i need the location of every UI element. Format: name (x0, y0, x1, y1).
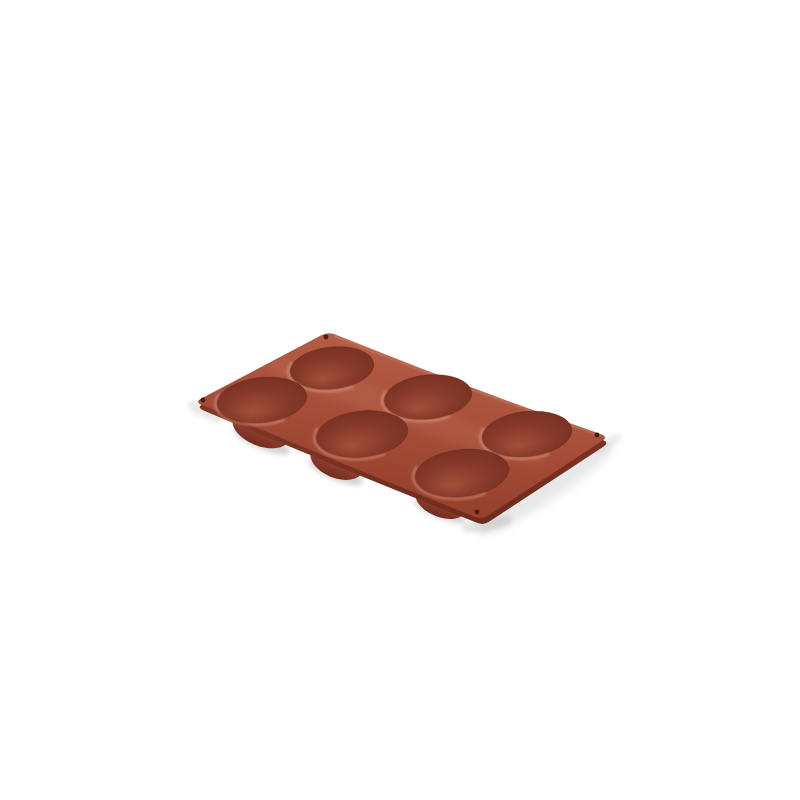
corner-hole-right (595, 433, 600, 438)
corner-hole-left (201, 398, 206, 403)
product-photo-stage (0, 0, 800, 800)
corner-hole-bottom (475, 510, 480, 515)
mold-photo-svg (0, 0, 800, 800)
corner-hole-top (324, 335, 329, 340)
